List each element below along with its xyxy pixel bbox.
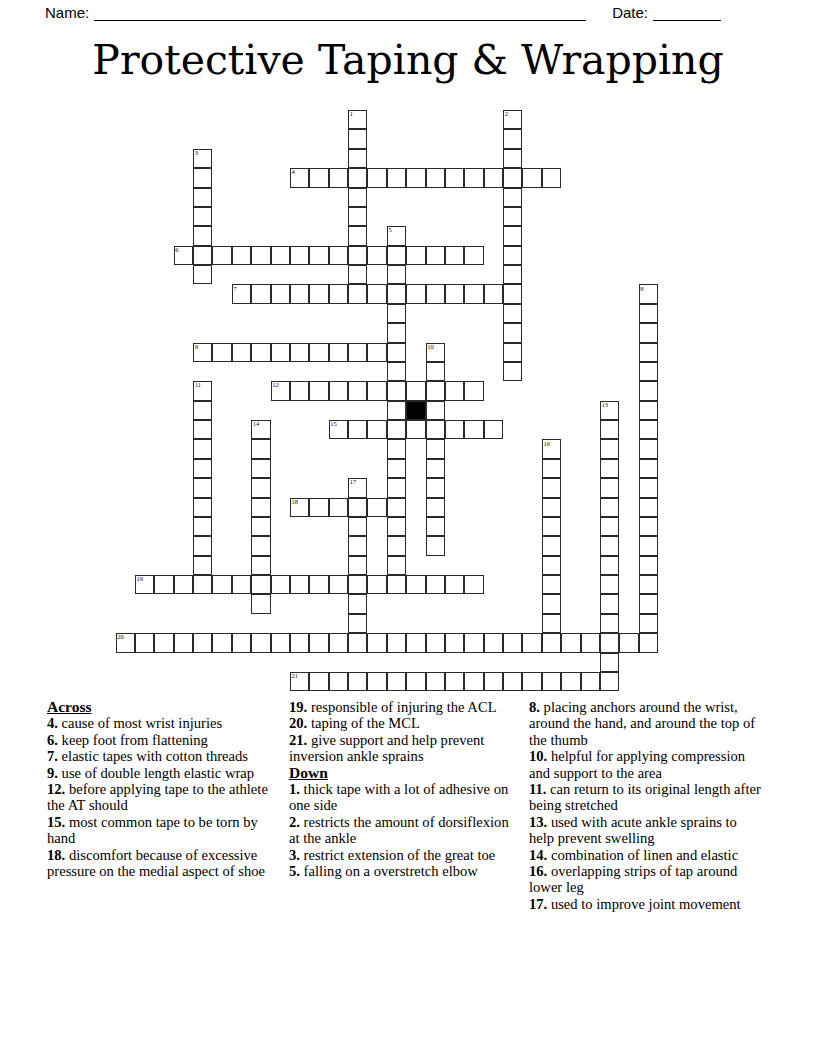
grid-cell[interactable] (212, 575, 231, 594)
grid-cell[interactable] (367, 381, 386, 400)
grid-cell[interactable] (367, 633, 386, 652)
grid-cell[interactable] (387, 323, 406, 342)
grid-cell[interactable] (503, 633, 522, 652)
down-clues-list: 1. thick tape with a lot of adhesive on … (289, 781, 517, 879)
grid-cell[interactable] (232, 575, 251, 594)
grid-cell[interactable] (193, 556, 212, 575)
clue-number: 11 (195, 382, 201, 389)
grid-cell[interactable] (387, 381, 406, 400)
grid-cell[interactable] (445, 672, 464, 691)
grid-cell[interactable] (251, 498, 270, 517)
grid-cell[interactable] (193, 420, 212, 439)
grid-cell[interactable] (309, 381, 328, 400)
grid-cell[interactable] (600, 672, 619, 691)
grid-cell[interactable] (426, 420, 445, 439)
grid-cell[interactable] (387, 284, 406, 303)
grid-cell[interactable] (348, 168, 367, 187)
grid-cell[interactable] (290, 633, 309, 652)
grid-cell[interactable] (639, 556, 658, 575)
grid-cell[interactable] (329, 343, 348, 362)
grid-cell[interactable] (348, 672, 367, 691)
grid-cell[interactable] (348, 284, 367, 303)
grid-cell[interactable] (251, 517, 270, 536)
grid-cell[interactable] (193, 265, 212, 284)
grid-cell[interactable] (542, 498, 561, 517)
grid-cell[interactable] (484, 284, 503, 303)
grid-cell[interactable] (503, 207, 522, 226)
grid-cell[interactable] (309, 343, 328, 362)
grid-cell[interactable] (542, 478, 561, 497)
clue-down-11: 11. can return to its original length af… (529, 781, 761, 814)
grid-cell[interactable] (193, 536, 212, 555)
grid-cell[interactable] (542, 614, 561, 633)
clue-number: 8 (640, 286, 643, 293)
grid-cell[interactable] (367, 343, 386, 362)
grid-cell[interactable] (348, 498, 367, 517)
clue-across-6: 6. keep foot from flattening (47, 732, 277, 748)
clue-number: 7 (233, 286, 236, 293)
grid-cell[interactable] (193, 478, 212, 497)
grid-cell[interactable] (348, 343, 367, 362)
grid-cell[interactable] (542, 517, 561, 536)
grid-cell[interactable] (639, 536, 658, 555)
grid-cell[interactable] (426, 478, 445, 497)
grid-cell[interactable] (329, 633, 348, 652)
grid-cell[interactable] (639, 517, 658, 536)
grid-cell[interactable] (464, 633, 483, 652)
grid-cell[interactable] (542, 168, 561, 187)
clue-number: 21 (292, 673, 299, 680)
grid-cell[interactable] (464, 284, 483, 303)
grid-cell[interactable] (503, 149, 522, 168)
grid-cell[interactable] (251, 343, 270, 362)
grid-cell[interactable] (464, 575, 483, 594)
clue-number: 13 (602, 402, 609, 409)
grid-cell[interactable] (271, 343, 290, 362)
grid-cell[interactable] (387, 265, 406, 284)
grid-cell[interactable] (290, 246, 309, 265)
clue-number: 14 (253, 421, 260, 428)
grid-cell[interactable] (639, 401, 658, 420)
grid-cell[interactable] (348, 207, 367, 226)
grid-cell[interactable] (387, 168, 406, 187)
grid-cell[interactable] (251, 594, 270, 613)
grid-cell[interactable] (406, 575, 425, 594)
grid-cell[interactable] (522, 633, 541, 652)
grid-cell[interactable] (542, 633, 561, 652)
grid-cell[interactable] (600, 439, 619, 458)
grid-cell[interactable] (406, 246, 425, 265)
grid-cell[interactable] (600, 517, 619, 536)
clue-number: 18 (292, 499, 299, 506)
clue-number: 5 (388, 227, 391, 234)
grid-cell[interactable] (445, 420, 464, 439)
grid-cell[interactable] (193, 633, 212, 652)
grid-cell[interactable] (600, 633, 619, 652)
grid-cell[interactable] (426, 459, 445, 478)
worksheet-header: Name: Date: (45, 4, 771, 21)
clue-number: 15 (330, 421, 337, 428)
clue-number: 10 (427, 344, 434, 351)
grid-cell[interactable] (600, 459, 619, 478)
grid-cell[interactable] (290, 343, 309, 362)
grid-cell[interactable] (367, 498, 386, 517)
clue-across-18: 18. discomfort because of excessive pres… (47, 847, 277, 880)
grid-cell[interactable] (600, 575, 619, 594)
grid-cell[interactable] (542, 672, 561, 691)
grid-cell[interactable] (426, 246, 445, 265)
grid-cell[interactable] (464, 168, 483, 187)
grid-cell[interactable] (348, 594, 367, 613)
grid-cell[interactable] (387, 439, 406, 458)
clue-down-3: 3. restrict extension of the great toe (289, 847, 517, 863)
grid-cell[interactable] (522, 672, 541, 691)
grid-cell[interactable] (251, 556, 270, 575)
clue-number: 6 (175, 247, 178, 254)
grid-cell[interactable] (154, 633, 173, 652)
grid-cell[interactable] (387, 459, 406, 478)
grid-cell[interactable] (600, 498, 619, 517)
down-clues-list-continued: 8. placing anchors around the wrist, aro… (529, 699, 761, 912)
clue-across-19: 19. responsible of injuring the ACL (289, 699, 517, 715)
grid-cell[interactable] (445, 575, 464, 594)
grid-cell[interactable] (503, 304, 522, 323)
grid-cell[interactable] (348, 517, 367, 536)
grid-cell[interactable] (193, 188, 212, 207)
clue-across-15: 15. most common tape to be torn by hand (47, 814, 277, 847)
grid-cell[interactable] (387, 343, 406, 362)
clue-number: 17 (350, 479, 357, 486)
grid-cell[interactable] (387, 556, 406, 575)
grid-cell[interactable] (639, 343, 658, 362)
grid-cell[interactable] (406, 284, 425, 303)
clue-down-5: 5. falling on a overstretch elbow (289, 863, 517, 879)
grid-cell[interactable] (193, 401, 212, 420)
grid-cell[interactable] (464, 420, 483, 439)
grid-cell[interactable] (503, 284, 522, 303)
grid-cell[interactable] (503, 323, 522, 342)
grid-cell[interactable] (348, 633, 367, 652)
grid-cell[interactable] (290, 575, 309, 594)
clue-number: 3 (195, 150, 198, 157)
grid-cell[interactable] (484, 633, 503, 652)
grid-cell[interactable] (484, 420, 503, 439)
grid-cell[interactable] (387, 304, 406, 323)
grid-cell[interactable] (639, 633, 658, 652)
grid-cell[interactable] (174, 633, 193, 652)
name-label: Name: (45, 4, 89, 21)
grid-cell[interactable] (503, 188, 522, 207)
grid-cell[interactable] (503, 672, 522, 691)
grid-cell[interactable] (639, 323, 658, 342)
grid-cell[interactable] (387, 575, 406, 594)
clue-across-20: 20. taping of the MCL (289, 715, 517, 731)
clue-across-12: 12. before applying tape to the athlete … (47, 781, 277, 814)
grid-cell[interactable] (503, 343, 522, 362)
grid-cell[interactable] (329, 575, 348, 594)
grid-cell[interactable] (271, 284, 290, 303)
grid-cell[interactable] (503, 246, 522, 265)
grid-cell[interactable] (503, 362, 522, 381)
grid-cell[interactable] (426, 517, 445, 536)
grid-cell[interactable] (193, 246, 212, 265)
grid-cell[interactable] (484, 672, 503, 691)
grid-cell[interactable] (542, 459, 561, 478)
clue-column-3: 8. placing anchors around the wrist, aro… (529, 699, 761, 912)
grid-cell[interactable] (212, 246, 231, 265)
clue-down-14: 14. combination of linen and elastic (529, 847, 761, 863)
grid-cell[interactable] (387, 672, 406, 691)
grid-cell[interactable] (406, 381, 425, 400)
grid-cell[interactable] (542, 556, 561, 575)
grid-cell[interactable] (309, 672, 328, 691)
grid-cell[interactable] (464, 246, 483, 265)
grid-cell[interactable] (367, 246, 386, 265)
grid-cell[interactable] (348, 246, 367, 265)
grid-cell[interactable] (348, 556, 367, 575)
grid-cell[interactable] (309, 633, 328, 652)
grid-cell[interactable] (193, 439, 212, 458)
clue-number: 16 (543, 441, 550, 448)
grid-cell[interactable] (251, 284, 270, 303)
clue-down-10: 10. helpful for applying compression and… (529, 748, 761, 781)
clue-down-8: 8. placing anchors around the wrist, aro… (529, 699, 761, 748)
grid-cell[interactable] (581, 672, 600, 691)
grid-cell[interactable] (348, 420, 367, 439)
grid-cell[interactable] (639, 362, 658, 381)
grid-cell[interactable] (426, 168, 445, 187)
clue-number: 19 (137, 576, 144, 583)
grid-cell[interactable] (639, 498, 658, 517)
clue-column-1: Across 4. cause of most wrist injuries6.… (47, 699, 277, 879)
grid-cell[interactable] (639, 420, 658, 439)
grid-cell[interactable] (387, 478, 406, 497)
grid-cell[interactable] (503, 226, 522, 245)
clue-down-1: 1. thick tape with a lot of adhesive on … (289, 781, 517, 814)
grid-cell[interactable] (581, 633, 600, 652)
grid-cell[interactable] (387, 498, 406, 517)
grid-cell[interactable] (426, 284, 445, 303)
grid-cell[interactable] (174, 575, 193, 594)
grid-cell[interactable] (522, 168, 541, 187)
grid-cell[interactable] (348, 536, 367, 555)
grid-cell[interactable] (600, 653, 619, 672)
grid-cell[interactable] (542, 536, 561, 555)
grid-cell[interactable] (348, 575, 367, 594)
grid-cell[interactable] (600, 594, 619, 613)
across-clues-list: 4. cause of most wrist injuries6. keep f… (47, 715, 277, 879)
grid-cell[interactable] (639, 478, 658, 497)
grid-cell[interactable] (426, 498, 445, 517)
grid-cell[interactable] (329, 672, 348, 691)
grid-cell[interactable] (464, 381, 483, 400)
grid-cell[interactable] (639, 381, 658, 400)
grid-cell[interactable] (193, 207, 212, 226)
grid-cell[interactable] (290, 284, 309, 303)
grid-cell[interactable] (367, 575, 386, 594)
grid-cell[interactable] (193, 226, 212, 245)
grid-cell[interactable] (387, 246, 406, 265)
grid-cell[interactable] (426, 362, 445, 381)
clue-down-13: 13. used with acute ankle sprains to hel… (529, 814, 761, 847)
grid-cell[interactable] (251, 633, 270, 652)
clue-across-4: 4. cause of most wrist injuries (47, 715, 277, 731)
grid-cell[interactable] (639, 594, 658, 613)
grid-cell[interactable] (348, 226, 367, 245)
grid-cell[interactable] (561, 633, 580, 652)
grid-cell[interactable] (251, 459, 270, 478)
grid-cell[interactable] (193, 517, 212, 536)
clue-down-16: 16. overlapping strips of tap around low… (529, 863, 761, 896)
grid-cell[interactable] (309, 498, 328, 517)
grid-cell[interactable] (329, 246, 348, 265)
grid-cell[interactable] (348, 614, 367, 633)
grid-cell[interactable] (542, 594, 561, 613)
grid-cell[interactable] (406, 420, 425, 439)
grid-cell[interactable] (503, 129, 522, 148)
clue-column-2: 19. responsible of injuring the ACL20. t… (289, 699, 517, 879)
grid-cell[interactable] (426, 439, 445, 458)
grid-cell[interactable] (348, 381, 367, 400)
grid-cell[interactable] (309, 246, 328, 265)
grid-cell[interactable] (387, 633, 406, 652)
grid-cell[interactable] (600, 614, 619, 633)
grid-cell[interactable] (309, 168, 328, 187)
grid-cell[interactable] (387, 362, 406, 381)
grid-cell[interactable] (271, 633, 290, 652)
grid-cell[interactable] (600, 478, 619, 497)
clue-across-7: 7. elastic tapes with cotton threads (47, 748, 277, 764)
grid-cell[interactable] (426, 401, 445, 420)
grid-cell[interactable] (426, 672, 445, 691)
grid-cell[interactable] (426, 633, 445, 652)
crossword-grid: 123456789101112131415161718192021 (116, 110, 659, 692)
grid-cell[interactable] (329, 284, 348, 303)
grid-cell[interactable] (406, 633, 425, 652)
grid-cell[interactable] (639, 439, 658, 458)
grid-cell[interactable] (445, 284, 464, 303)
grid-cell[interactable] (348, 129, 367, 148)
grid-cell[interactable] (212, 633, 231, 652)
blocked-cell (406, 401, 425, 420)
grid-cell[interactable] (387, 420, 406, 439)
grid-cell[interactable] (484, 168, 503, 187)
grid-cell[interactable] (387, 517, 406, 536)
grid-cell[interactable] (600, 420, 619, 439)
grid-cell[interactable] (309, 575, 328, 594)
grid-cell[interactable] (193, 575, 212, 594)
grid-cell[interactable] (503, 168, 522, 187)
clue-number: 2 (505, 111, 508, 118)
grid-cell[interactable] (619, 633, 638, 652)
puzzle-title: Protective Taping & Wrapping (0, 36, 816, 84)
clue-down-2: 2. restricts the amount of dorsiflexion … (289, 814, 517, 847)
clue-number: 4 (292, 169, 295, 176)
name-blank-line[interactable] (94, 6, 586, 21)
clue-across-9: 9. use of double length elastic wrap (47, 765, 277, 781)
grid-cell[interactable] (135, 633, 154, 652)
grid-cell[interactable] (329, 381, 348, 400)
grid-cell[interactable] (232, 246, 251, 265)
clue-number: 9 (195, 344, 198, 351)
grid-cell[interactable] (426, 536, 445, 555)
grid-cell[interactable] (367, 672, 386, 691)
grid-cell[interactable] (193, 168, 212, 187)
grid-cell[interactable] (348, 265, 367, 284)
grid-cell[interactable] (329, 498, 348, 517)
grid-cell[interactable] (367, 168, 386, 187)
grid-cell[interactable] (154, 575, 173, 594)
grid-cell[interactable] (445, 246, 464, 265)
grid-cell[interactable] (251, 575, 270, 594)
grid-cell[interactable] (348, 188, 367, 207)
grid-cell[interactable] (639, 575, 658, 594)
grid-cell[interactable] (406, 168, 425, 187)
grid-cell[interactable] (251, 439, 270, 458)
grid-cell[interactable] (464, 672, 483, 691)
grid-cell[interactable] (271, 246, 290, 265)
clue-number: 1 (350, 111, 353, 118)
grid-cell[interactable] (367, 284, 386, 303)
down-heading: Down (289, 765, 517, 781)
clue-down-17: 17. used to improve joint movement (529, 896, 761, 912)
grid-cell[interactable] (387, 401, 406, 420)
clue-number: 20 (117, 634, 124, 641)
grid-cell[interactable] (639, 459, 658, 478)
grid-cell[interactable] (639, 614, 658, 633)
grid-cell[interactable] (445, 381, 464, 400)
grid-cell[interactable] (542, 575, 561, 594)
grid-cell[interactable] (193, 459, 212, 478)
crossword-worksheet: Name: Date: Protective Taping & Wrapping… (0, 0, 816, 1056)
grid-cell[interactable] (600, 536, 619, 555)
grid-cell[interactable] (445, 633, 464, 652)
grid-cell[interactable] (445, 168, 464, 187)
grid-cell[interactable] (251, 246, 270, 265)
grid-cell[interactable] (193, 498, 212, 517)
date-blank-line[interactable] (653, 6, 721, 21)
grid-cell[interactable] (348, 149, 367, 168)
grid-cell[interactable] (367, 420, 386, 439)
grid-cell[interactable] (232, 343, 251, 362)
grid-cell[interactable] (426, 381, 445, 400)
grid-cell[interactable] (406, 672, 425, 691)
grid-cell[interactable] (251, 536, 270, 555)
grid-cell[interactable] (232, 633, 251, 652)
across-clues-list-continued: 19. responsible of injuring the ACL20. t… (289, 699, 517, 765)
grid-cell[interactable] (600, 556, 619, 575)
grid-cell[interactable] (561, 672, 580, 691)
grid-cell[interactable] (639, 304, 658, 323)
grid-cell[interactable] (387, 536, 406, 555)
grid-cell[interactable] (290, 381, 309, 400)
grid-cell[interactable] (426, 575, 445, 594)
grid-cell[interactable] (309, 284, 328, 303)
grid-cell[interactable] (329, 168, 348, 187)
grid-cell[interactable] (212, 343, 231, 362)
clue-number: 12 (272, 382, 279, 389)
grid-cell[interactable] (271, 575, 290, 594)
date-label: Date: (612, 4, 648, 21)
across-heading: Across (47, 699, 277, 715)
clue-across-21: 21. give support and help prevent invers… (289, 732, 517, 765)
grid-cell[interactable] (503, 265, 522, 284)
grid-cell[interactable] (251, 478, 270, 497)
